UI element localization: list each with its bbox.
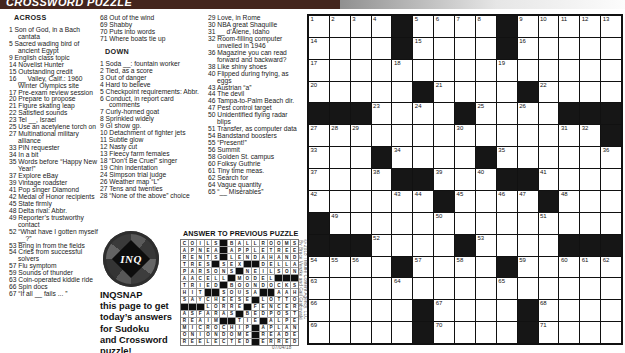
grid-cell-r10c4[interactable]: [372, 213, 392, 234]
cell-number: 64: [394, 278, 401, 286]
grid-cell-r9c3[interactable]: [351, 191, 371, 212]
cell-number: 61: [582, 257, 589, 265]
grid-cell-r3c1[interactable]: 17: [309, 60, 329, 81]
answer-black-cell-r10c2: [189, 304, 196, 310]
grid-cell-r6c1[interactable]: 27: [309, 125, 329, 146]
grid-cell-r11c6[interactable]: [413, 235, 433, 256]
cell-number: 55: [331, 257, 338, 265]
answer-letter-cell-r5c4: S: [205, 268, 212, 274]
grid-cell-r8c14[interactable]: [580, 169, 600, 190]
grid-cell-r3c15[interactable]: [601, 60, 621, 81]
grid-cell-r15c12[interactable]: 71: [539, 322, 559, 343]
cell-number: 43: [394, 191, 401, 199]
grid-cell-r13c7[interactable]: [434, 278, 454, 299]
grid-cell-r5c9[interactable]: 25: [476, 103, 496, 124]
answer-letter-cell-r9c13: T: [275, 297, 282, 303]
grid-cell-r14c7[interactable]: 67: [434, 300, 454, 321]
grid-cell-r10c5[interactable]: [392, 213, 412, 234]
answer-letter-cell-r6c12: L: [268, 275, 275, 281]
grid-cell-r2c8[interactable]: [455, 38, 475, 59]
grid-cell-r8c15[interactable]: [601, 169, 621, 190]
answer-letter-cell-r4c7: E: [228, 261, 235, 267]
clue-across-52: 52 “What have I gotten myself __?”: [9, 229, 98, 243]
grid-cell-r9c5[interactable]: 43: [392, 191, 412, 212]
grid-cell-r15c7[interactable]: 70: [434, 322, 454, 343]
grid-cell-r9c4[interactable]: [372, 191, 392, 212]
answer-black-cell-r12c6: [220, 318, 227, 324]
grid-cell-r12c11[interactable]: 59: [518, 257, 538, 278]
grid-cell-r2c6[interactable]: 15: [413, 38, 433, 59]
grid-cell-r15c4[interactable]: [372, 322, 392, 343]
answer-letter-cell-r1c1: C: [181, 240, 188, 246]
answer-letter-cell-r12c9: I: [244, 318, 251, 324]
answer-letter-cell-r10c12: N: [268, 304, 275, 310]
grid-cell-r1c1[interactable]: 1: [309, 16, 329, 37]
grid-cell-r7c3[interactable]: [351, 147, 371, 168]
grid-cell-r2c9[interactable]: [476, 38, 496, 59]
grid-cell-r1c4[interactable]: 4: [372, 16, 392, 37]
grid-cell-r12c8[interactable]: 58: [455, 257, 475, 278]
inqsnap-promo-text: INQSNAPthis page to gettoday’s answersfo…: [100, 290, 190, 353]
grid-cell-r2c4[interactable]: [372, 38, 392, 59]
grid-cell-r13c15[interactable]: [601, 278, 621, 299]
grid-cell-r12c13[interactable]: 60: [559, 257, 579, 278]
grid-cell-r12c9[interactable]: [476, 257, 496, 278]
cell-number: 30: [457, 125, 464, 133]
grid-cell-r9c10[interactable]: 46: [497, 191, 517, 212]
grid-cell-r3c12[interactable]: [539, 60, 559, 81]
answer-letter-cell-r8c7: O: [228, 289, 235, 295]
grid-cell-r12c1[interactable]: 54: [309, 257, 329, 278]
cell-number: 16: [519, 38, 526, 46]
grid-cell-r4c14[interactable]: [580, 82, 600, 103]
grid-cell-r14c4[interactable]: [372, 300, 392, 321]
grid-cell-r3c2[interactable]: [330, 60, 350, 81]
grid-cell-r2c12[interactable]: [539, 38, 559, 59]
grid-cell-r14c2[interactable]: [330, 300, 350, 321]
grid-cell-r14c1[interactable]: 66: [309, 300, 329, 321]
grid-cell-r14c13[interactable]: [559, 300, 579, 321]
grid-cell-r14c3[interactable]: [351, 300, 371, 321]
inqsnap-line-4: for Sudoku: [100, 324, 190, 335]
answer-letter-cell-r12c8: T: [236, 318, 243, 324]
grid-cell-r2c2[interactable]: [330, 38, 350, 59]
grid-cell-r15c10[interactable]: [497, 322, 517, 343]
cell-number: 23: [373, 103, 380, 111]
answer-letter-cell-r13c3: C: [197, 325, 204, 331]
cell-number: 2: [331, 16, 334, 24]
grid-cell-r4c12[interactable]: 22: [539, 82, 559, 103]
grid-cell-r4c4[interactable]: [372, 82, 392, 103]
answer-letter-cell-r2c2: P: [189, 247, 196, 253]
black-cell-r5c1: [309, 103, 329, 124]
answer-letter-cell-r9c14: T: [283, 297, 290, 303]
grid-cell-r1c3[interactable]: 3: [351, 16, 371, 37]
grid-cell-r11c7[interactable]: [434, 235, 454, 256]
answer-letter-cell-r2c3: N: [197, 247, 204, 253]
grid-cell-r7c7[interactable]: [434, 147, 454, 168]
answer-letter-cell-r11c2: S: [189, 311, 196, 317]
grid-cell-r15c15[interactable]: [601, 322, 621, 343]
answer-letter-cell-r5c5: O: [212, 268, 219, 274]
grid-cell-r8c9[interactable]: 40: [476, 169, 496, 190]
grid-cell-r12c6[interactable]: 57: [413, 257, 433, 278]
grid-cell-r13c11[interactable]: [518, 278, 538, 299]
black-cell-r12c10: [497, 257, 517, 278]
grid-cell-r5c11[interactable]: 26: [518, 103, 538, 124]
answer-black-cell-r6c13: [275, 275, 282, 281]
grid-cell-r15c8[interactable]: [455, 322, 475, 343]
grid-cell-r6c3[interactable]: 29: [351, 125, 371, 146]
grid-cell-r4c15[interactable]: [601, 82, 621, 103]
grid-cell-r10c13[interactable]: [559, 213, 579, 234]
grid-cell-r8c7[interactable]: 39: [434, 169, 454, 190]
answer-letter-cell-r12c3: A: [197, 318, 204, 324]
answer-letter-cell-r7c13: C: [275, 282, 282, 288]
cell-number: 66: [311, 300, 318, 308]
answer-letter-cell-r4c6: S: [220, 261, 227, 267]
grid-cell-r14c10[interactable]: [497, 300, 517, 321]
black-cell-r11c8: [455, 235, 475, 256]
grid-cell-r15c2[interactable]: [330, 322, 350, 343]
inqsnap-line-5: and Crossword: [100, 335, 190, 346]
grid-cell-r13c4[interactable]: [372, 278, 392, 299]
grid-cell-r11c11[interactable]: [518, 235, 538, 256]
grid-cell-r3c14[interactable]: [580, 60, 600, 81]
answer-black-cell-r4c5: [212, 261, 219, 267]
grid-cell-r7c14[interactable]: [580, 147, 600, 168]
grid-cell-r13c10[interactable]: 65: [497, 278, 517, 299]
cell-number: 38: [373, 169, 380, 177]
answer-letter-cell-r11c14: S: [283, 311, 290, 317]
cell-number: 40: [477, 169, 484, 177]
grid-cell-r5c4[interactable]: 23: [372, 103, 392, 124]
answer-letter-cell-r10c4: L: [205, 304, 212, 310]
grid-cell-r6c2[interactable]: 28: [330, 125, 350, 146]
answer-letter-cell-r2c11: E: [260, 247, 267, 253]
grid-cell-r1c2[interactable]: 2: [330, 16, 350, 37]
inqsnap-line-2: this page to get: [100, 301, 190, 312]
grid-cell-r10c3[interactable]: [351, 213, 371, 234]
grid-cell-r10c6[interactable]: [413, 213, 433, 234]
answer-letter-cell-r14c5: N: [212, 332, 219, 338]
grid-cell-r8c13[interactable]: [559, 169, 579, 190]
grid-cell-r10c10[interactable]: [497, 213, 517, 234]
cell-number: 51: [540, 213, 547, 221]
black-cell-r6c15: [601, 125, 621, 146]
grid-cell-r5c7[interactable]: [434, 103, 454, 124]
grid-cell-r10c2[interactable]: 49: [330, 213, 350, 234]
answer-letter-cell-r1c7: B: [228, 240, 235, 246]
grid-cell-r1c9[interactable]: 8: [476, 16, 496, 37]
answer-letter-cell-r4c4: S: [205, 261, 212, 267]
answer-letter-cell-r9c8: S: [236, 297, 243, 303]
answer-letter-cell-r13c8: I: [236, 325, 243, 331]
grid-cell-r6c8[interactable]: 30: [455, 125, 475, 146]
grid-cell-r5c10[interactable]: [497, 103, 517, 124]
grid-cell-r6c10[interactable]: [497, 125, 517, 146]
grid-cell-r6c13[interactable]: 31: [559, 125, 579, 146]
grid-cell-r12c4[interactable]: [372, 257, 392, 278]
grid-cell-r1c12[interactable]: 10: [539, 16, 559, 37]
grid-cell-r10c9[interactable]: [476, 213, 496, 234]
grid-cell-r13c6[interactable]: [413, 278, 433, 299]
grid-cell-r14c8[interactable]: [455, 300, 475, 321]
grid-cell-r13c5[interactable]: 64: [392, 278, 412, 299]
grid-cell-r2c13[interactable]: [559, 38, 579, 59]
cell-number: 24: [415, 103, 422, 111]
grid-cell-r4c13[interactable]: [559, 82, 579, 103]
answer-letter-cell-r3c4: T: [205, 254, 212, 260]
grid-cell-r2c15[interactable]: [601, 38, 621, 59]
black-cell-r8c11: [518, 169, 538, 190]
answer-letter-cell-r11c5: R: [212, 311, 219, 317]
answer-letter-cell-r12c14: P: [283, 318, 290, 324]
grid-cell-r6c4[interactable]: [372, 125, 392, 146]
answer-letter-cell-r8c2: I: [189, 289, 196, 295]
grid-cell-r14c12[interactable]: 68: [539, 300, 559, 321]
answer-black-cell-r10c3: [197, 304, 204, 310]
cell-number: 52: [373, 235, 380, 243]
grid-cell-r2c7[interactable]: [434, 38, 454, 59]
answer-letter-cell-r14c8: M: [236, 332, 243, 338]
grid-cell-r15c1[interactable]: 69: [309, 322, 329, 343]
answer-letter-cell-r8c14: A: [283, 289, 290, 295]
grid-cell-r7c6[interactable]: [413, 147, 433, 168]
grid-cell-r7c13[interactable]: [559, 147, 579, 168]
grid-cell-r14c5[interactable]: [392, 300, 412, 321]
grid-cell-r7c12[interactable]: [539, 147, 559, 168]
grid-cell-r9c6[interactable]: 44: [413, 191, 433, 212]
grid-cell-r13c3[interactable]: [351, 278, 371, 299]
black-cell-r9c7: [434, 191, 454, 212]
grid-cell-r8c8[interactable]: [455, 169, 475, 190]
grid-cell-r4c3[interactable]: [351, 82, 371, 103]
grid-cell-r3c13[interactable]: [559, 60, 579, 81]
grid-cell-r9c8[interactable]: 45: [455, 191, 475, 212]
grid-cell-r6c12[interactable]: [539, 125, 559, 146]
grid-cell-r8c3[interactable]: [351, 169, 371, 190]
grid-cell-r9c9[interactable]: [476, 191, 496, 212]
grid-cell-r10c11[interactable]: [518, 213, 538, 234]
grid-cell-r7c2[interactable]: [330, 147, 350, 168]
answer-letter-cell-r14c15: E: [291, 332, 298, 338]
grid-cell-r13c12[interactable]: [539, 278, 559, 299]
answer-letter-cell-r3c15: D: [291, 254, 298, 260]
cell-number: 46: [498, 191, 505, 199]
grid-cell-r1c15[interactable]: 13: [601, 16, 621, 37]
previous-puzzle-date: 07/04/18: [272, 345, 291, 350]
answer-black-cell-r5c8: [236, 268, 243, 274]
grid-cell-r15c5[interactable]: [392, 322, 412, 343]
grid-cell-r2c11[interactable]: 16: [518, 38, 538, 59]
answer-letter-cell-r2c10: L: [252, 247, 259, 253]
answer-black-cell-r12c7: [228, 318, 235, 324]
grid-cell-r15c13[interactable]: [559, 322, 579, 343]
cell-number: 31: [561, 125, 568, 133]
grid-cell-r11c9[interactable]: 53: [476, 235, 496, 256]
grid-cell-r3c10[interactable]: 19: [497, 60, 517, 81]
grid-cell-r3c8[interactable]: [455, 60, 475, 81]
black-cell-r2c5: [392, 38, 412, 59]
grid-cell-r12c7[interactable]: [434, 257, 454, 278]
grid-cell-r11c10[interactable]: [497, 235, 517, 256]
grid-cell-r3c9[interactable]: [476, 60, 496, 81]
black-cell-r1c10: [497, 16, 517, 37]
answer-letter-cell-r9c2: A: [189, 297, 196, 303]
answer-letter-cell-r13c7: H: [228, 325, 235, 331]
grid-cell-r7c8[interactable]: [455, 147, 475, 168]
grid-cell-r8c12[interactable]: 41: [539, 169, 559, 190]
grid-cell-r5c6[interactable]: 24: [413, 103, 433, 124]
answer-letter-cell-r2c7: A: [228, 247, 235, 253]
grid-cell-r3c5[interactable]: 18: [392, 60, 412, 81]
grid-cell-r1c11[interactable]: 9: [518, 16, 538, 37]
grid-cell-r13c1[interactable]: 63: [309, 278, 329, 299]
grid-cell-r4c9[interactable]: [476, 82, 496, 103]
grid-cell-r1c6[interactable]: 5: [413, 16, 433, 37]
grid-cell-r2c1[interactable]: 14: [309, 38, 329, 59]
grid-cell-r2c3[interactable]: [351, 38, 371, 59]
grid-cell-r13c14[interactable]: [580, 278, 600, 299]
grid-cell-r7c10[interactable]: 35: [497, 147, 517, 168]
grid-cell-r12c2[interactable]: 55: [330, 257, 350, 278]
grid-cell-r6c14[interactable]: 32: [580, 125, 600, 146]
grid-cell-r9c1[interactable]: 42: [309, 191, 329, 212]
grid-cell-r13c8[interactable]: [455, 278, 475, 299]
grid-cell-r9c11[interactable]: 47: [518, 191, 538, 212]
grid-cell-r4c5[interactable]: [392, 82, 412, 103]
cell-number: 71: [540, 322, 547, 330]
cell-number: 60: [561, 257, 568, 265]
grid-cell-r4c2[interactable]: [330, 82, 350, 103]
grid-cell-r7c5[interactable]: 34: [392, 147, 412, 168]
grid-cell-r4c10[interactable]: [497, 82, 517, 103]
grid-cell-r3c11[interactable]: [518, 60, 538, 81]
grid-cell-r14c9[interactable]: [476, 300, 496, 321]
grid-cell-r4c8[interactable]: [455, 82, 475, 103]
grid-cell-r11c4[interactable]: 52: [372, 235, 392, 256]
grid-cell-r1c14[interactable]: 12: [580, 16, 600, 37]
clue-across-71: 71 Where boats tie up: [100, 36, 205, 43]
grid-cell-r3c3[interactable]: [351, 60, 371, 81]
answer-letter-cell-r6c3: C: [197, 275, 204, 281]
answer-black-cell-r8c12: [268, 289, 275, 295]
grid-cell-r1c8[interactable]: 7: [455, 16, 475, 37]
grid-cell-r10c15[interactable]: [601, 213, 621, 234]
answer-letter-cell-r12c13: L: [275, 318, 282, 324]
grid-cell-r11c12[interactable]: [539, 235, 559, 256]
grid-cell-r14c14[interactable]: [580, 300, 600, 321]
clue-down-6: 6 Conduct, in report card comments: [100, 96, 205, 110]
grid-cell-r6c11[interactable]: [518, 125, 538, 146]
answer-black-cell-r15c10: [252, 339, 259, 345]
grid-cell-r13c13[interactable]: [559, 278, 579, 299]
answer-letter-cell-r13c5: O: [212, 325, 219, 331]
grid-cell-r6c6[interactable]: [413, 125, 433, 146]
grid-cell-r15c14[interactable]: [580, 322, 600, 343]
black-cell-r15c6: [413, 322, 433, 343]
grid-cell-r10c8[interactable]: [455, 213, 475, 234]
grid-cell-r9c15[interactable]: [601, 191, 621, 212]
answer-black-cell-r4c9: [244, 261, 251, 267]
grid-cell-r6c7[interactable]: [434, 125, 454, 146]
cell-number: 20: [311, 82, 318, 90]
grid-cell-r9c2[interactable]: [330, 191, 350, 212]
black-cell-r11c13: [559, 235, 579, 256]
grid-cell-r7c15[interactable]: 36: [601, 147, 621, 168]
grid-cell-r12c12[interactable]: [539, 257, 559, 278]
grid-cell-r5c5[interactable]: [392, 103, 412, 124]
answer-letter-cell-r15c8: E: [236, 339, 243, 345]
top-gradient-strip: [340, 0, 625, 9]
grid-cell-r9c13[interactable]: 48: [559, 191, 579, 212]
grid-cell-r8c4[interactable]: 38: [372, 169, 392, 190]
answer-letter-cell-r6c2: A: [189, 275, 196, 281]
previous-answer-grid: COILSBALLROOMSAPNEAAPPLETREERENTSLENDAHA…: [180, 239, 299, 346]
grid-cell-r12c3[interactable]: 56: [351, 257, 371, 278]
grid-cell-r13c9[interactable]: [476, 278, 496, 299]
answer-letter-cell-r13c13: L: [275, 325, 282, 331]
answer-letter-cell-r14c12: E: [268, 332, 275, 338]
grid-cell-r12c14[interactable]: 61: [580, 257, 600, 278]
banner-title: CROSSWORD PUZZLE: [6, 0, 340, 8]
answer-letter-cell-r4c2: R: [189, 261, 196, 267]
grid-cell-r9c14[interactable]: [580, 191, 600, 212]
grid-cell-r8c1[interactable]: 37: [309, 169, 329, 190]
answer-letter-cell-r14c2: N: [189, 332, 196, 338]
answer-letter-cell-r6c9: O: [244, 275, 251, 281]
answer-letter-cell-r11c9: B: [244, 311, 251, 317]
grid-cell-r6c5[interactable]: [392, 125, 412, 146]
grid-cell-r2c14[interactable]: [580, 38, 600, 59]
answer-letter-cell-r3c2: E: [189, 254, 196, 260]
grid-cell-r1c13[interactable]: 11: [559, 16, 579, 37]
grid-cell-r7c11[interactable]: [518, 147, 538, 168]
grid-cell-r15c3[interactable]: [351, 322, 371, 343]
answer-letter-cell-r13c6: C: [220, 325, 227, 331]
answer-letter-cell-r4c3: E: [197, 261, 204, 267]
grid-cell-r11c5[interactable]: [392, 235, 412, 256]
grid-cell-r15c9[interactable]: [476, 322, 496, 343]
answer-letter-cell-r5c10: E: [252, 268, 259, 274]
grid-cell-r4c1[interactable]: 20: [309, 82, 329, 103]
grid-cell-r7c1[interactable]: 33: [309, 147, 329, 168]
answer-letter-cell-r2c5: A: [212, 247, 219, 253]
grid-cell-r14c15[interactable]: [601, 300, 621, 321]
grid-cell-r8c2[interactable]: [330, 169, 350, 190]
grid-cell-r1c7[interactable]: 6: [434, 16, 454, 37]
grid-cell-r12c15[interactable]: 62: [601, 257, 621, 278]
grid-cell-r13c2[interactable]: [330, 278, 350, 299]
black-cell-r7c9: [476, 147, 496, 168]
clue-down-32: 32 Room-filling computer unveiled in 194…: [208, 36, 303, 50]
answer-letter-cell-r15c1: R: [181, 339, 188, 345]
grid-cell-r10c7[interactable]: 50: [434, 213, 454, 234]
answer-letter-cell-r1c8: A: [236, 240, 243, 246]
grid-cell-r10c14[interactable]: [580, 213, 600, 234]
grid-cell-r3c7[interactable]: [434, 60, 454, 81]
grid-cell-r5c12[interactable]: [539, 103, 559, 124]
grid-cell-r3c6[interactable]: [413, 60, 433, 81]
answer-letter-cell-r8c10: A: [252, 289, 259, 295]
grid-cell-r3c4[interactable]: [372, 60, 392, 81]
grid-cell-r4c7[interactable]: 21: [434, 82, 454, 103]
answer-letter-cell-r13c15: N: [291, 325, 298, 331]
grid-cell-r10c12[interactable]: 51: [539, 213, 559, 234]
grid-cell-r6c9[interactable]: [476, 125, 496, 146]
answer-letter-cell-r7c8: O: [236, 282, 243, 288]
